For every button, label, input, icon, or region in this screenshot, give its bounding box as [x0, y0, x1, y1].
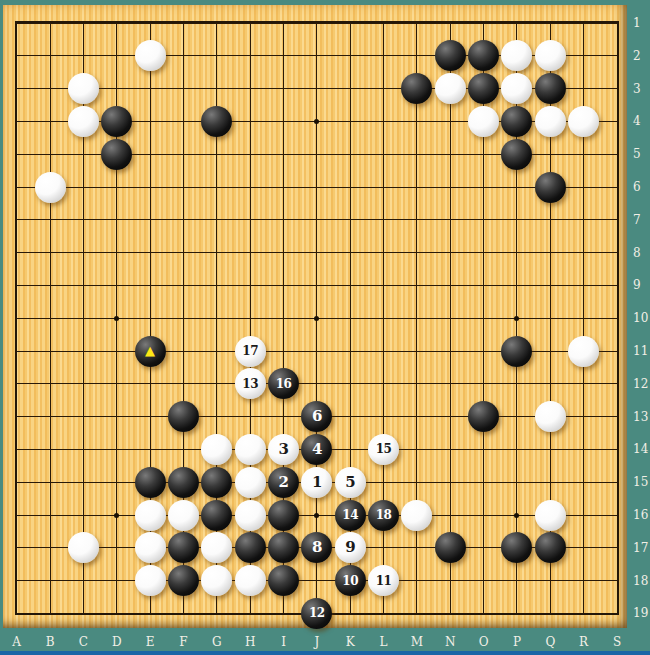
- row-label-8: 8: [633, 246, 641, 260]
- row-label-3: 3: [633, 82, 641, 96]
- stone-L16[interactable]: 18: [368, 500, 399, 531]
- stone-H12[interactable]: 13: [235, 368, 266, 399]
- board-frame: ▲17131663415215141889101112 ABCDEFGHIJKL…: [0, 0, 650, 655]
- star-point: [114, 316, 119, 321]
- row-label-5: 5: [633, 147, 641, 161]
- move-number: 3: [279, 442, 289, 457]
- col-label-I: I: [281, 635, 286, 649]
- stone-E2[interactable]: [135, 40, 166, 71]
- stone-R11[interactable]: [568, 336, 599, 367]
- stone-F18[interactable]: [168, 565, 199, 596]
- move-number: 12: [309, 607, 325, 619]
- col-label-D: D: [112, 635, 122, 649]
- stone-C3[interactable]: [68, 73, 99, 104]
- move-number: 8: [312, 540, 322, 555]
- stone-H11[interactable]: 17: [235, 336, 266, 367]
- col-label-K: K: [346, 635, 355, 649]
- stone-N3[interactable]: [435, 73, 466, 104]
- stone-K15[interactable]: 5: [335, 467, 366, 498]
- stone-O4[interactable]: [468, 106, 499, 137]
- stone-G14[interactable]: [201, 434, 232, 465]
- move-number: 1: [312, 475, 322, 490]
- col-label-E: E: [146, 635, 155, 649]
- stone-C4[interactable]: [68, 106, 99, 137]
- row-label-17: 17: [633, 541, 648, 555]
- col-label-S: S: [613, 635, 621, 649]
- col-label-J: J: [314, 635, 319, 649]
- row-label-10: 10: [633, 311, 648, 325]
- row-label-6: 6: [633, 180, 641, 194]
- row-label-4: 4: [633, 114, 641, 128]
- col-label-C: C: [79, 635, 88, 649]
- row-label-18: 18: [633, 574, 648, 588]
- stone-Q3[interactable]: [535, 73, 566, 104]
- stone-O13[interactable]: [468, 401, 499, 432]
- move-number: 11: [376, 575, 392, 587]
- stone-H18[interactable]: [235, 565, 266, 596]
- stone-J15[interactable]: 1: [301, 467, 332, 498]
- move-number: 13: [242, 378, 258, 390]
- stone-F15[interactable]: [168, 467, 199, 498]
- star-point: [314, 513, 319, 518]
- stone-R4[interactable]: [568, 106, 599, 137]
- move-number: 14: [342, 509, 358, 521]
- row-label-12: 12: [633, 377, 648, 391]
- move-number: 16: [276, 378, 292, 390]
- stone-H14[interactable]: [235, 434, 266, 465]
- move-number: 18: [376, 509, 392, 521]
- row-label-1: 1: [633, 16, 641, 30]
- move-number: 6: [312, 409, 322, 424]
- stone-E17[interactable]: [135, 532, 166, 563]
- triangle-marker: ▲: [145, 344, 155, 357]
- stone-E16[interactable]: [135, 500, 166, 531]
- row-label-7: 7: [633, 213, 641, 227]
- stone-O3[interactable]: [468, 73, 499, 104]
- stone-L18[interactable]: 11: [368, 565, 399, 596]
- stone-H15[interactable]: [235, 467, 266, 498]
- move-number: 17: [242, 345, 258, 357]
- stone-Q13[interactable]: [535, 401, 566, 432]
- stone-G15[interactable]: [201, 467, 232, 498]
- col-label-N: N: [445, 635, 456, 649]
- stone-N2[interactable]: [435, 40, 466, 71]
- stone-P5[interactable]: [501, 139, 532, 170]
- row-label-16: 16: [633, 508, 648, 522]
- row-label-19: 19: [633, 606, 648, 620]
- stone-Q2[interactable]: [535, 40, 566, 71]
- col-label-G: G: [212, 635, 222, 649]
- stone-D4[interactable]: [101, 106, 132, 137]
- col-label-F: F: [179, 635, 187, 649]
- stone-I14[interactable]: 3: [268, 434, 299, 465]
- move-number: 2: [279, 475, 289, 490]
- col-label-P: P: [513, 635, 521, 649]
- stone-Q17[interactable]: [535, 532, 566, 563]
- move-number: 4: [312, 442, 322, 457]
- row-label-15: 15: [633, 475, 648, 489]
- stone-Q6[interactable]: [535, 172, 566, 203]
- row-label-14: 14: [633, 442, 648, 456]
- stone-L14[interactable]: 15: [368, 434, 399, 465]
- row-label-13: 13: [633, 410, 648, 424]
- stone-E15[interactable]: [135, 467, 166, 498]
- stone-H17[interactable]: [235, 532, 266, 563]
- stone-E18[interactable]: [135, 565, 166, 596]
- stone-M16[interactable]: [401, 500, 432, 531]
- stone-G4[interactable]: [201, 106, 232, 137]
- stone-F13[interactable]: [168, 401, 199, 432]
- move-number: 15: [376, 443, 392, 455]
- stone-K18[interactable]: 10: [335, 565, 366, 596]
- star-point: [114, 513, 119, 518]
- stone-E11[interactable]: ▲: [135, 336, 166, 367]
- stone-K16[interactable]: 14: [335, 500, 366, 531]
- stone-C17[interactable]: [68, 532, 99, 563]
- stone-J19[interactable]: 12: [301, 598, 332, 629]
- stone-I18[interactable]: [268, 565, 299, 596]
- row-label-2: 2: [633, 49, 641, 63]
- stone-B6[interactable]: [35, 172, 66, 203]
- stone-Q16[interactable]: [535, 500, 566, 531]
- move-number: 5: [345, 475, 355, 490]
- col-label-H: H: [245, 635, 255, 649]
- col-label-O: O: [479, 635, 489, 649]
- stone-F16[interactable]: [168, 500, 199, 531]
- move-number: 10: [342, 575, 358, 587]
- go-board[interactable]: ▲17131663415215141889101112: [3, 5, 627, 628]
- col-label-L: L: [380, 635, 388, 649]
- row-label-9: 9: [633, 278, 641, 292]
- row-label-11: 11: [633, 344, 648, 358]
- stone-K17[interactable]: 9: [335, 532, 366, 563]
- col-label-A: A: [12, 635, 21, 649]
- stone-D5[interactable]: [101, 139, 132, 170]
- stone-I16[interactable]: [268, 500, 299, 531]
- stone-I15[interactable]: 2: [268, 467, 299, 498]
- stone-H16[interactable]: [235, 500, 266, 531]
- col-label-R: R: [579, 635, 588, 649]
- stone-N17[interactable]: [435, 532, 466, 563]
- stone-Q4[interactable]: [535, 106, 566, 137]
- stone-P11[interactable]: [501, 336, 532, 367]
- window-bottom-edge: [0, 651, 650, 655]
- move-number: 9: [345, 540, 355, 555]
- stone-G16[interactable]: [201, 500, 232, 531]
- col-label-M: M: [411, 635, 423, 649]
- col-label-B: B: [46, 635, 55, 649]
- col-label-Q: Q: [545, 635, 555, 649]
